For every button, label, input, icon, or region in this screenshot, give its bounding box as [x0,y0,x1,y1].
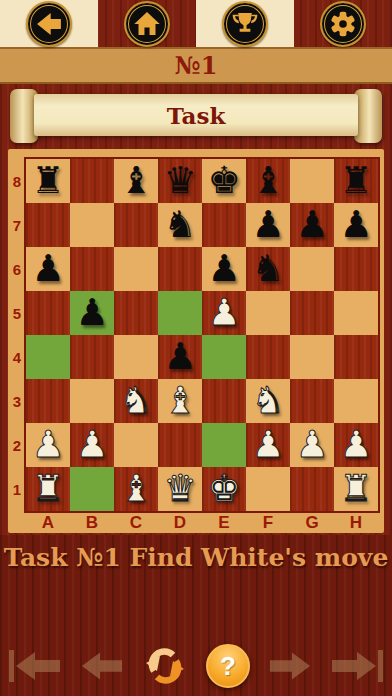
first-button[interactable] [8,648,62,684]
square-e7[interactable] [202,203,246,247]
previous-button[interactable] [80,648,124,684]
rank-label-5: 5 [8,291,26,335]
square-c2[interactable] [114,423,158,467]
white-knight-c3: ♞ [119,379,152,423]
achievements-button[interactable] [222,1,268,47]
chess-puzzle-app: №1 Task 87654321 ♜♝♛♚♝♜♞♟♟♟♟♟♞♟♟♟♞♝♞♟♟♟♟… [0,0,392,696]
square-f1[interactable] [246,467,290,511]
rank-label-8: 8 [8,159,26,203]
black-bishop-c8: ♝ [119,159,152,203]
black-queen-d8: ♛ [163,159,196,203]
black-pawn-b5: ♟ [75,291,108,335]
trophy-icon [228,7,262,41]
square-e4[interactable] [202,335,246,379]
square-c7[interactable] [114,203,158,247]
square-g5[interactable] [290,291,334,335]
black-knight-f6: ♞ [251,247,284,291]
scroll-parchment: Task [34,94,358,136]
square-b5[interactable]: ♟ [70,291,114,335]
square-b4[interactable] [70,335,114,379]
square-c1[interactable]: ♝ [114,467,158,511]
black-pawn-g7: ♟ [295,203,328,247]
top-bar-block [98,0,196,47]
rank-label-3: 3 [8,379,26,423]
top-bar-block [0,0,98,47]
square-g2[interactable]: ♟ [290,423,334,467]
square-h6[interactable] [334,247,378,291]
white-pawn-a2: ♟ [31,423,64,467]
square-g3[interactable] [290,379,334,423]
square-g6[interactable] [290,247,334,291]
hint-label: ? [220,653,236,679]
square-b3[interactable] [70,379,114,423]
bottom-panel: Task №1 Find White's move [0,535,392,696]
white-pawn-e5: ♟ [207,291,240,335]
skip-to-end-icon [330,648,384,684]
banner-title: Task [167,102,226,129]
square-d3[interactable]: ♝ [158,379,202,423]
square-a6[interactable]: ♟ [26,247,70,291]
square-f6[interactable]: ♞ [246,247,290,291]
home-icon [130,7,164,41]
square-b2[interactable]: ♟ [70,423,114,467]
board-column: ♜♝♛♚♝♜♞♟♟♟♟♟♞♟♟♟♞♝♞♟♟♟♟♟♜♝♛♚♜ ABCDEFGH [26,159,378,533]
restart-button[interactable] [142,643,188,689]
black-rook-h8: ♜ [339,159,372,203]
top-bar-block [196,0,294,47]
square-e8[interactable]: ♚ [202,159,246,203]
white-knight-f3: ♞ [251,379,284,423]
square-a2[interactable]: ♟ [26,423,70,467]
square-b6[interactable] [70,247,114,291]
navigation-toolbar: ? [0,643,392,689]
skip-to-start-icon [8,648,62,684]
arrow-back-icon [80,648,124,684]
black-pawn-a6: ♟ [31,247,64,291]
file-label-A: A [26,512,70,534]
puzzle-number: №1 [175,51,218,80]
black-knight-d7: ♞ [163,203,196,247]
square-f8[interactable]: ♝ [246,159,290,203]
square-h1[interactable]: ♜ [334,467,378,511]
rank-label-2: 2 [8,423,26,467]
puzzle-number-band: №1 [0,47,392,84]
square-a8[interactable]: ♜ [26,159,70,203]
square-c5[interactable] [114,291,158,335]
square-f2[interactable]: ♟ [246,423,290,467]
file-label-B: B [70,512,114,534]
square-a5[interactable] [26,291,70,335]
square-c4[interactable] [114,335,158,379]
square-d4[interactable]: ♟ [158,335,202,379]
square-b7[interactable] [70,203,114,247]
arrow-left-icon [32,7,66,41]
square-f7[interactable]: ♟ [246,203,290,247]
question-mark-icon: ? [206,644,250,688]
black-pawn-f7: ♟ [251,203,284,247]
file-label-F: F [246,512,290,534]
square-h2[interactable]: ♟ [334,423,378,467]
black-king-e8: ♚ [207,159,240,203]
square-g4[interactable] [290,335,334,379]
top-bar [0,0,392,47]
rank-label-7: 7 [8,203,26,247]
scroll-roll-right [354,89,382,143]
file-labels: ABCDEFGH [26,512,378,534]
square-h3[interactable] [334,379,378,423]
white-pawn-g2: ♟ [295,423,328,467]
task-caption: Task №1 Find White's move [0,535,392,572]
home-button[interactable] [124,1,170,47]
file-label-H: H [334,512,378,534]
top-bar-block [294,0,392,47]
square-d8[interactable]: ♛ [158,159,202,203]
white-rook-h1: ♜ [339,467,372,511]
square-h8[interactable]: ♜ [334,159,378,203]
square-a1[interactable]: ♜ [26,467,70,511]
white-pawn-f2: ♟ [251,423,284,467]
refresh-icon [142,643,188,689]
square-d1[interactable]: ♛ [158,467,202,511]
scroll-banner: Task [10,89,382,143]
white-bishop-c1: ♝ [119,467,152,511]
file-label-E: E [202,512,246,534]
square-c3[interactable]: ♞ [114,379,158,423]
square-c6[interactable] [114,247,158,291]
square-h7[interactable]: ♟ [334,203,378,247]
white-queen-d1: ♛ [163,467,196,511]
square-e1[interactable]: ♚ [202,467,246,511]
white-pawn-h2: ♟ [339,423,372,467]
white-pawn-b2: ♟ [75,423,108,467]
rank-label-6: 6 [8,247,26,291]
square-e6[interactable]: ♟ [202,247,246,291]
square-d6[interactable] [158,247,202,291]
black-pawn-h7: ♟ [339,203,372,247]
settings-button[interactable] [320,1,366,47]
white-rook-a1: ♜ [31,467,64,511]
square-e3[interactable] [202,379,246,423]
next-button[interactable] [268,648,312,684]
white-king-e1: ♚ [207,467,240,511]
back-button[interactable] [26,1,72,47]
square-d5[interactable] [158,291,202,335]
square-b8[interactable] [70,159,114,203]
black-rook-a8: ♜ [31,159,64,203]
chess-board: ♜♝♛♚♝♜♞♟♟♟♟♟♞♟♟♟♞♝♞♟♟♟♟♟♜♝♛♚♜ [26,159,378,511]
hint-button[interactable]: ? [206,644,250,688]
square-a4[interactable] [26,335,70,379]
board-section: 87654321 ♜♝♛♚♝♜♞♟♟♟♟♟♞♟♟♟♞♝♞♟♟♟♟♟♜♝♛♚♜ A… [0,149,392,535]
square-g8[interactable] [290,159,334,203]
last-button[interactable] [330,648,384,684]
square-c8[interactable]: ♝ [114,159,158,203]
square-a7[interactable] [26,203,70,247]
square-f5[interactable] [246,291,290,335]
gear-icon [326,7,360,41]
square-d7[interactable]: ♞ [158,203,202,247]
square-f4[interactable] [246,335,290,379]
arrow-forward-icon [268,648,312,684]
square-d2[interactable] [158,423,202,467]
white-bishop-d3: ♝ [163,379,196,423]
square-f3[interactable]: ♞ [246,379,290,423]
square-h5[interactable] [334,291,378,335]
rank-label-1: 1 [8,467,26,511]
banner-area: Task [0,84,392,148]
rank-label-4: 4 [8,335,26,379]
black-pawn-e6: ♟ [207,247,240,291]
square-e5[interactable]: ♟ [202,291,246,335]
file-label-D: D [158,512,202,534]
square-g1[interactable] [290,467,334,511]
square-b1[interactable] [70,467,114,511]
black-pawn-d4: ♟ [163,335,196,379]
rank-labels: 87654321 [8,159,26,533]
file-label-G: G [290,512,334,534]
board-frame: 87654321 ♜♝♛♚♝♜♞♟♟♟♟♟♞♟♟♟♞♝♞♟♟♟♟♟♜♝♛♚♜ A… [8,149,384,533]
square-h4[interactable] [334,335,378,379]
square-g7[interactable]: ♟ [290,203,334,247]
black-bishop-f8: ♝ [251,159,284,203]
square-a3[interactable] [26,379,70,423]
file-label-C: C [114,512,158,534]
square-e2[interactable] [202,423,246,467]
